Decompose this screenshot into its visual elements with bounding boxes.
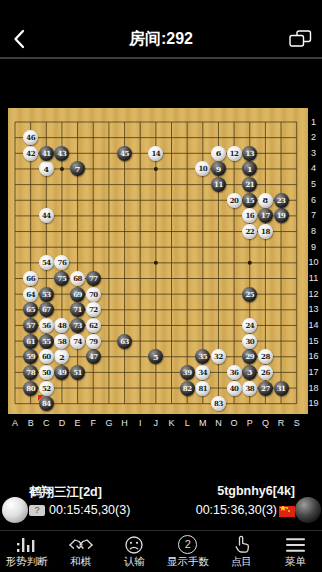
stone-white-F15: 79 bbox=[86, 334, 101, 349]
move-number: 81 bbox=[198, 384, 207, 393]
move-number: 12 bbox=[230, 149, 239, 158]
move-number: 83 bbox=[214, 399, 223, 408]
move-count-digit: 2 bbox=[178, 535, 197, 554]
move-number: 52 bbox=[42, 384, 51, 393]
stone-black-R6: 23 bbox=[274, 193, 289, 208]
stone-black-B15: 61 bbox=[23, 334, 38, 349]
move-number: 66 bbox=[26, 274, 35, 283]
toolbar-label-menu: 菜单 bbox=[285, 555, 306, 569]
stone-white-O3: 12 bbox=[227, 146, 242, 161]
move-number: 80 bbox=[26, 384, 35, 393]
move-number: 11 bbox=[214, 180, 223, 189]
col-label-B: B bbox=[24, 417, 38, 430]
stone-white-O17: 36 bbox=[227, 365, 242, 380]
move-number: 71 bbox=[73, 305, 82, 314]
stone-white-E11: 68 bbox=[70, 271, 85, 286]
toolbar-label-count-points: 点目 bbox=[231, 555, 252, 569]
stone-white-E15: 74 bbox=[70, 334, 85, 349]
move-number: 18 bbox=[261, 227, 270, 236]
move-number: 65 bbox=[26, 305, 35, 314]
chat-button[interactable] bbox=[289, 30, 312, 48]
stone-white-Q17: 26 bbox=[258, 365, 273, 380]
row-label-5: 5 bbox=[306, 178, 321, 191]
stone-black-R18: 31 bbox=[274, 381, 289, 396]
stone-black-L17: 39 bbox=[180, 365, 195, 380]
move-number: 4 bbox=[44, 164, 50, 174]
sad-face-icon bbox=[124, 534, 144, 555]
row-label-2: 2 bbox=[306, 131, 321, 144]
bar-chart-icon bbox=[16, 534, 38, 555]
chat-bubbles-icon bbox=[289, 30, 312, 48]
white-player-clock: 00:15:45,30(3) bbox=[49, 503, 130, 517]
move-number: 14 bbox=[151, 149, 160, 158]
stone-black-B14: 57 bbox=[23, 318, 38, 333]
move-number: 34 bbox=[198, 368, 207, 377]
player-bar: 鹤翔三江[2d] ? 00:15:45,30(3) 5tgbnhy6[4k] 0… bbox=[0, 432, 322, 530]
row-label-9: 9 bbox=[306, 241, 321, 254]
move-number: 7 bbox=[75, 164, 81, 174]
stone-black-B18: 80 bbox=[23, 381, 38, 396]
move-number: 15 bbox=[245, 196, 254, 205]
stone-black-C13: 67 bbox=[39, 302, 54, 317]
move-number: 42 bbox=[26, 149, 35, 158]
move-number: 63 bbox=[120, 337, 129, 346]
stone-white-B3: 42 bbox=[23, 146, 38, 161]
row-label-6: 6 bbox=[306, 194, 321, 207]
row-label-7: 7 bbox=[306, 209, 321, 222]
col-label-C: C bbox=[39, 417, 53, 430]
move-number: 16 bbox=[245, 211, 254, 220]
toolbar-label-situation-judgement: 形势判断 bbox=[6, 555, 48, 569]
move-number: 39 bbox=[183, 368, 192, 377]
stone-white-D15: 58 bbox=[54, 334, 69, 349]
stone-black-C15: 55 bbox=[39, 334, 54, 349]
stone-white-M18: 81 bbox=[195, 381, 210, 396]
toolbar-label-show-move-numbers: 显示手数 bbox=[167, 555, 209, 569]
header: 房间:292 bbox=[0, 20, 322, 59]
move-number: 38 bbox=[245, 384, 254, 393]
col-label-F: F bbox=[86, 417, 100, 430]
move-number: 32 bbox=[214, 352, 223, 361]
col-label-D: D bbox=[55, 417, 69, 430]
stone-black-H15: 63 bbox=[117, 334, 132, 349]
move-number: 82 bbox=[183, 384, 192, 393]
stone-white-C16: 60 bbox=[39, 349, 54, 364]
move-number: 61 bbox=[26, 337, 35, 346]
toolbar-label-draw: 和棋 bbox=[70, 555, 91, 569]
col-label-S: S bbox=[290, 417, 304, 430]
bottom-toolbar: 形势判断和棋认输2显示手数点目菜单 bbox=[0, 530, 322, 572]
stone-black-B17: 78 bbox=[23, 365, 38, 380]
row-label-13: 13 bbox=[306, 303, 321, 316]
move-number: 55 bbox=[42, 337, 51, 346]
move-number: 27 bbox=[261, 384, 270, 393]
move-number: 3 bbox=[247, 367, 253, 377]
stone-white-B12: 64 bbox=[23, 287, 38, 302]
move-number: 72 bbox=[89, 305, 98, 314]
row-label-11: 11 bbox=[306, 272, 321, 285]
go-board[interactable]: ABCDEFGHIJKLMNOPQRS123456789101112131415… bbox=[0, 108, 322, 432]
move-number: 43 bbox=[58, 149, 67, 158]
col-label-I: I bbox=[133, 417, 147, 430]
stone-black-E12: 69 bbox=[70, 287, 85, 302]
move-number: 59 bbox=[26, 352, 35, 361]
white-stone-avatar bbox=[2, 497, 28, 523]
row-label-12: 12 bbox=[306, 288, 321, 301]
move-number: 1 bbox=[247, 164, 253, 174]
black-player-name: 5tgbnhy6[4k] bbox=[217, 484, 295, 498]
move-number: 47 bbox=[89, 352, 98, 361]
move-number: 58 bbox=[58, 337, 67, 346]
col-label-J: J bbox=[149, 417, 163, 430]
row-label-18: 18 bbox=[306, 382, 321, 395]
move-number: 40 bbox=[230, 384, 239, 393]
row-label-8: 8 bbox=[306, 225, 321, 238]
col-label-K: K bbox=[165, 417, 179, 430]
move-number: 73 bbox=[73, 321, 82, 330]
stone-white-O6: 20 bbox=[227, 193, 242, 208]
move-number: 17 bbox=[261, 211, 270, 220]
col-label-M: M bbox=[196, 417, 210, 430]
move-number: 77 bbox=[89, 274, 98, 283]
move-number: 69 bbox=[73, 290, 82, 299]
toolbar-item-situation-judgement[interactable]: 形势判断 bbox=[0, 531, 54, 572]
col-label-Q: Q bbox=[258, 417, 272, 430]
col-label-H: H bbox=[118, 417, 132, 430]
move-number: 48 bbox=[58, 321, 67, 330]
move-number: 56 bbox=[42, 321, 51, 330]
move-number: 64 bbox=[26, 290, 35, 299]
col-label-P: P bbox=[243, 417, 257, 430]
handshake-icon bbox=[68, 534, 94, 555]
move-number: 30 bbox=[245, 337, 254, 346]
move-number: 76 bbox=[58, 258, 67, 267]
move-number: 26 bbox=[261, 368, 270, 377]
stone-white-C17: 50 bbox=[39, 365, 54, 380]
stone-black-H3: 45 bbox=[117, 146, 132, 161]
row-label-4: 4 bbox=[306, 162, 321, 175]
col-label-G: G bbox=[102, 417, 116, 430]
move-number: 31 bbox=[277, 384, 286, 393]
move-number: 8 bbox=[263, 195, 269, 205]
stone-white-C14: 56 bbox=[39, 318, 54, 333]
move-number: 75 bbox=[58, 274, 67, 283]
stone-white-C18: 52 bbox=[39, 381, 54, 396]
move-number: 67 bbox=[42, 305, 51, 314]
move-number: 50 bbox=[42, 368, 51, 377]
stone-white-F13: 72 bbox=[86, 302, 101, 317]
stone-white-Q8: 18 bbox=[258, 224, 273, 239]
stone-black-P3: 13 bbox=[242, 146, 257, 161]
move-number: 35 bbox=[198, 352, 207, 361]
go-app-screen: 房间:292 ABCDEFGHIJKLMNOPQRS12345678910111… bbox=[0, 0, 322, 572]
stone-white-P15: 30 bbox=[242, 334, 257, 349]
stone-black-P6: 15 bbox=[242, 193, 257, 208]
col-label-N: N bbox=[211, 417, 225, 430]
col-label-O: O bbox=[227, 417, 241, 430]
move-number: 6 bbox=[216, 148, 222, 158]
stone-white-N3: 6 bbox=[211, 146, 226, 161]
move-number: 20 bbox=[230, 196, 239, 205]
row-label-1: 1 bbox=[306, 116, 321, 129]
page-title: 房间:292 bbox=[0, 20, 322, 57]
toolbar-item-show-move-numbers[interactable]: 2显示手数 bbox=[161, 531, 215, 572]
status-bar bbox=[0, 0, 322, 20]
move-number: 45 bbox=[120, 149, 129, 158]
row-label-3: 3 bbox=[306, 147, 321, 160]
toolbar-label-resign: 认输 bbox=[124, 555, 145, 569]
toolbar-item-resign[interactable]: 认输 bbox=[107, 531, 161, 572]
move-number: 68 bbox=[73, 274, 82, 283]
move-number: 53 bbox=[42, 290, 51, 299]
move-number: 2 bbox=[59, 352, 65, 362]
stone-white-Q6: 8 bbox=[258, 193, 273, 208]
stone-black-P12: 25 bbox=[242, 287, 257, 302]
stone-black-E17: 51 bbox=[70, 365, 85, 380]
stone-black-R7: 19 bbox=[274, 208, 289, 223]
black-stone-avatar bbox=[295, 497, 321, 523]
col-label-R: R bbox=[274, 417, 288, 430]
col-label-E: E bbox=[71, 417, 85, 430]
move-number: 51 bbox=[73, 368, 82, 377]
black-player-clock: 00:15:36,30(3) bbox=[196, 503, 277, 517]
stone-white-F14: 62 bbox=[86, 318, 101, 333]
move-number: 29 bbox=[245, 352, 254, 361]
move-number: 13 bbox=[245, 149, 254, 158]
move-number: 22 bbox=[245, 227, 254, 236]
toolbar-item-menu[interactable]: 菜单 bbox=[268, 531, 322, 572]
move-number: 24 bbox=[245, 321, 254, 330]
stone-white-F12: 70 bbox=[86, 287, 101, 302]
move-number: 74 bbox=[73, 337, 82, 346]
move-number: 49 bbox=[58, 368, 67, 377]
hamburger-menu-icon bbox=[285, 534, 306, 555]
move-number: 23 bbox=[277, 196, 286, 205]
move-number: 10 bbox=[198, 164, 207, 173]
toolbar-item-count-points[interactable]: 点目 bbox=[215, 531, 269, 572]
row-label-16: 16 bbox=[306, 350, 321, 363]
move-number: 44 bbox=[42, 211, 51, 220]
row-label-19: 19 bbox=[306, 397, 321, 410]
last-move-marker bbox=[38, 395, 44, 401]
move-number: 60 bbox=[42, 352, 51, 361]
row-label-14: 14 bbox=[306, 319, 321, 332]
row-label-10: 10 bbox=[306, 256, 321, 269]
move-number: 57 bbox=[26, 321, 35, 330]
stone-white-O18: 40 bbox=[227, 381, 242, 396]
move-number: 46 bbox=[26, 133, 35, 142]
stone-black-L18: 82 bbox=[180, 381, 195, 396]
move-number: 19 bbox=[277, 211, 286, 220]
stone-black-C3: 41 bbox=[39, 146, 54, 161]
move-number: 28 bbox=[261, 352, 270, 361]
move-number: 25 bbox=[245, 290, 254, 299]
move-number: 54 bbox=[42, 258, 51, 267]
move-number: 9 bbox=[216, 164, 222, 174]
col-label-A: A bbox=[8, 417, 22, 430]
row-label-17: 17 bbox=[306, 366, 321, 379]
move-number: 21 bbox=[245, 180, 254, 189]
stone-black-E14: 73 bbox=[70, 318, 85, 333]
move-number: 41 bbox=[42, 149, 51, 158]
rank-info-badge[interactable]: ? bbox=[29, 505, 45, 516]
stone-black-C12: 53 bbox=[39, 287, 54, 302]
move-number: 78 bbox=[26, 368, 35, 377]
move-number: 62 bbox=[89, 321, 98, 330]
pointing-hand-icon bbox=[232, 534, 252, 555]
toolbar-item-draw[interactable]: 和棋 bbox=[54, 531, 108, 572]
circled-2-icon: 2 bbox=[178, 534, 197, 555]
move-number: 36 bbox=[230, 368, 239, 377]
move-number: 5 bbox=[153, 352, 159, 362]
move-number: 79 bbox=[89, 337, 98, 346]
china-flag-icon: ★ bbox=[279, 506, 295, 517]
stone-black-N5: 11 bbox=[211, 177, 226, 192]
stone-black-F16: 47 bbox=[86, 349, 101, 364]
white-player-name: 鹤翔三江[2d] bbox=[29, 484, 102, 501]
stone-black-F11: 77 bbox=[86, 271, 101, 286]
row-label-15: 15 bbox=[306, 335, 321, 348]
stone-white-P18: 38 bbox=[242, 381, 257, 396]
move-number: 70 bbox=[89, 290, 98, 299]
stone-black-Q18: 27 bbox=[258, 381, 273, 396]
col-label-L: L bbox=[180, 417, 194, 430]
